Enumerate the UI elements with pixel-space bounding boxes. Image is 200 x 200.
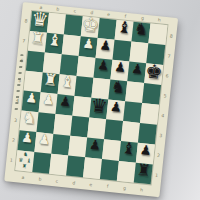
coord-label: d xyxy=(65,179,83,187)
square-b4[interactable]: ♟ xyxy=(39,92,58,114)
square-a8[interactable]: ♛ xyxy=(30,11,49,33)
coord-label: 3 xyxy=(156,125,166,146)
square-c2[interactable] xyxy=(51,134,70,156)
coord-label: e xyxy=(82,181,100,189)
coord-label: a xyxy=(14,174,32,182)
coord-label: f xyxy=(99,183,117,191)
square-a4[interactable]: ♟ xyxy=(22,91,41,113)
square-c7[interactable] xyxy=(62,34,81,56)
square-h3[interactable] xyxy=(138,123,157,145)
square-d5[interactable] xyxy=(74,76,93,98)
square-a5[interactable] xyxy=(24,71,43,93)
square-h4[interactable] xyxy=(140,103,159,125)
square-c8[interactable] xyxy=(64,15,83,37)
square-g1[interactable] xyxy=(117,161,136,183)
square-f5[interactable]: ♞ xyxy=(108,80,127,102)
square-h6[interactable]: ♚ xyxy=(144,63,163,85)
square-e8[interactable] xyxy=(98,18,117,40)
square-f8[interactable]: ♝ xyxy=(115,20,134,42)
square-f1[interactable] xyxy=(100,159,119,181)
square-c3[interactable] xyxy=(53,114,72,136)
square-f4[interactable]: ♟ xyxy=(106,99,125,121)
square-e4[interactable]: ♛ xyxy=(89,98,108,120)
square-a2[interactable]: ♟ xyxy=(17,130,36,152)
square-b2[interactable]: ♟ xyxy=(34,132,53,154)
square-e1[interactable] xyxy=(83,157,102,179)
coord-label: h xyxy=(133,187,151,195)
square-e5[interactable] xyxy=(91,78,110,100)
square-d2[interactable] xyxy=(68,136,87,158)
logo-piece-glyph: ♜ xyxy=(16,163,33,170)
square-h1[interactable]: ♜ xyxy=(134,163,153,185)
square-g5[interactable] xyxy=(125,81,144,103)
coord-label: 1 xyxy=(152,165,162,186)
square-a7[interactable]: ♜ xyxy=(28,31,47,53)
board-grid: ♛♚♝♞♜♝♟♟♟♟♟♚♜♝♞♟♟♟♛♟♞♟♟♟♝♟♞♝♜♛♜ xyxy=(15,11,167,184)
square-d3[interactable] xyxy=(70,116,89,138)
square-b3[interactable] xyxy=(36,112,55,134)
square-h5[interactable] xyxy=(142,83,161,105)
vinyl-chessboard: abcdefgh abcdefgh 87654321 87654321 ♛♚♝♞… xyxy=(4,2,178,197)
square-h2[interactable]: ♟ xyxy=(136,143,155,165)
square-b7[interactable]: ♝ xyxy=(45,33,64,55)
square-e3[interactable] xyxy=(87,118,106,140)
square-c5[interactable]: ♝ xyxy=(58,74,77,96)
coord-label: 2 xyxy=(154,145,164,166)
coord-label: 7 xyxy=(164,45,174,66)
square-g8[interactable]: ♞ xyxy=(131,22,150,44)
chessboard-photo: abcdefgh abcdefgh 87654321 87654321 ♛♚♝♞… xyxy=(0,0,200,200)
square-h8[interactable] xyxy=(148,23,167,45)
coord-label: 4 xyxy=(158,105,168,126)
square-b5[interactable]: ♜ xyxy=(41,72,60,94)
square-g6[interactable]: ♟ xyxy=(127,61,146,83)
square-d8[interactable]: ♚ xyxy=(81,16,100,38)
square-c4[interactable]: ♟ xyxy=(55,94,74,116)
coord-label: 8 xyxy=(166,25,176,46)
square-d7[interactable]: ♟ xyxy=(79,36,98,58)
square-d4[interactable] xyxy=(72,96,91,118)
square-g4[interactable] xyxy=(123,101,142,123)
square-f3[interactable] xyxy=(104,119,123,141)
square-b8[interactable] xyxy=(47,13,66,35)
square-f6[interactable]: ♟ xyxy=(110,60,129,82)
coord-label: 5 xyxy=(160,85,170,106)
square-a3[interactable]: ♞ xyxy=(20,110,39,132)
coord-label: b xyxy=(31,176,49,184)
coord-label: c xyxy=(48,178,66,186)
square-h7[interactable] xyxy=(146,43,165,65)
coord-label: 6 xyxy=(162,65,172,86)
square-g3[interactable] xyxy=(121,121,140,143)
coord-label: g xyxy=(116,185,134,193)
